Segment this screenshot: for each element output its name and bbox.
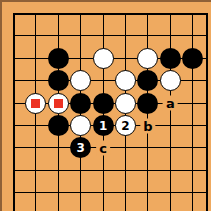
stone-black [137,93,158,114]
grid-line [206,13,208,212]
point-label-a: a [163,96,178,111]
stone-white [160,70,181,91]
stone-black: 3 [70,137,91,158]
stone-white [93,48,114,69]
grid-line [13,192,208,193]
red-square-marker [31,99,40,108]
grid-line [192,13,193,212]
stone-black [93,93,114,114]
go-board: a12b3c [0,0,211,211]
move-number-1: 1 [99,120,107,132]
stone-white [115,93,136,114]
stone-black [48,70,69,91]
stone-black [137,70,158,91]
grid-line [13,170,208,171]
stone-black [70,93,91,114]
stone-black [182,48,203,69]
board-left-frame [0,0,2,211]
grid-line [13,13,15,212]
grid-line [170,13,171,212]
stone-white [70,70,91,91]
grid-line [13,13,208,15]
stone-black: 1 [93,115,114,136]
stone-white [137,48,158,69]
stone-white [70,115,91,136]
grid-line [13,147,208,148]
stone-white [115,70,136,91]
stone-white-marked [25,93,46,114]
point-label-b: b [140,118,155,133]
stone-black [160,48,181,69]
stone-white-marked [48,93,69,114]
move-number-2: 2 [121,120,129,132]
red-square-marker [54,99,63,108]
stone-black [48,115,69,136]
board-top-frame [0,0,211,2]
stone-black [48,48,69,69]
stone-white: 2 [115,115,136,136]
grid-line [13,35,208,36]
move-number-3: 3 [77,142,85,154]
point-label-c: c [96,140,110,155]
